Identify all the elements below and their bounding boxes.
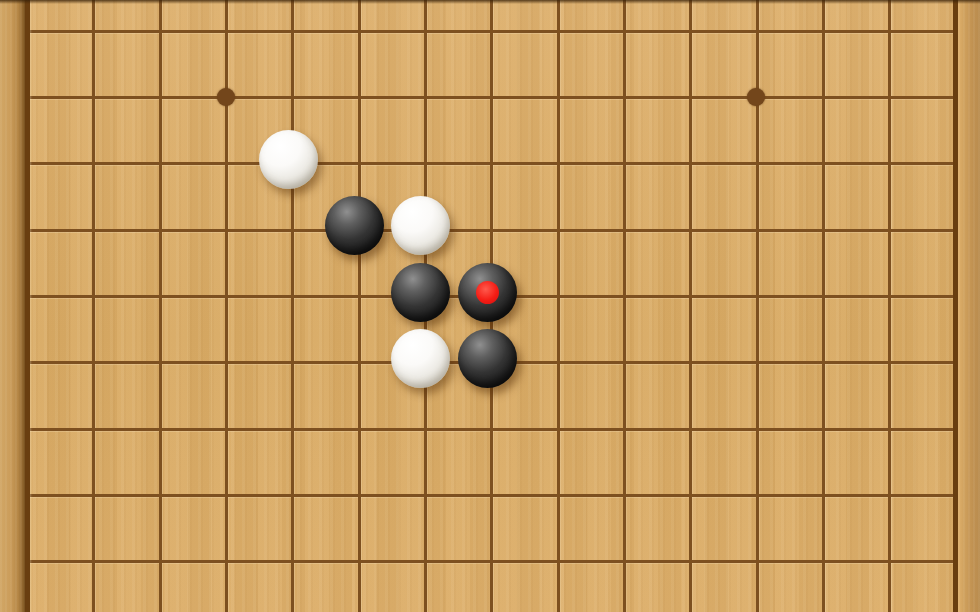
board-right-edge [958, 0, 980, 612]
stone-black [458, 263, 517, 322]
board-left-edge [0, 0, 25, 612]
stone-white [259, 130, 318, 189]
stone-black [325, 196, 384, 255]
stone-black [391, 263, 450, 322]
stone-black [458, 329, 517, 388]
gomoku-screen [0, 0, 980, 612]
star-point [217, 88, 235, 106]
frame-top-shade [0, 0, 980, 4]
stone-white [391, 329, 450, 388]
star-point [747, 88, 765, 106]
stones-layer [0, 0, 980, 612]
board-surface[interactable] [0, 0, 980, 612]
red-dot-marker [476, 281, 499, 304]
stone-white [391, 196, 450, 255]
